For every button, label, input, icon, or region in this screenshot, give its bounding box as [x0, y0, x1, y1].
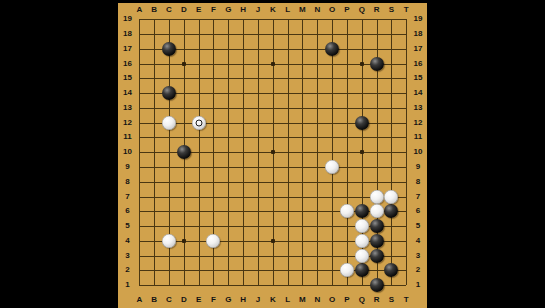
- column-label-bottom: T: [404, 296, 409, 304]
- black-stone[interactable]: [177, 145, 191, 159]
- grid-line-vertical: [391, 19, 392, 285]
- row-label-left: 2: [125, 266, 129, 274]
- star-point: [271, 150, 275, 154]
- row-label-left: 16: [123, 60, 132, 68]
- row-label-right: 9: [416, 163, 420, 171]
- row-label-left: 5: [125, 222, 129, 230]
- white-stone[interactable]: [384, 190, 398, 204]
- column-label-top: P: [344, 6, 349, 14]
- white-stone[interactable]: [340, 204, 354, 218]
- column-label-bottom: K: [270, 296, 276, 304]
- row-label-right: 14: [414, 89, 423, 97]
- black-stone[interactable]: [384, 263, 398, 277]
- row-label-right: 5: [416, 222, 420, 230]
- column-label-bottom: R: [374, 296, 380, 304]
- row-label-left: 3: [125, 252, 129, 260]
- black-stone[interactable]: [370, 57, 384, 71]
- black-stone[interactable]: [370, 249, 384, 263]
- column-label-top: S: [389, 6, 394, 14]
- column-label-top: K: [270, 6, 276, 14]
- row-label-right: 6: [416, 207, 420, 215]
- star-point: [360, 62, 364, 66]
- star-point: [182, 62, 186, 66]
- star-point: [360, 150, 364, 154]
- last-move-marker-icon: [195, 119, 202, 126]
- column-label-bottom: H: [240, 296, 246, 304]
- black-stone[interactable]: [355, 204, 369, 218]
- column-label-top: T: [404, 6, 409, 14]
- column-label-top: B: [151, 6, 157, 14]
- grid-line-horizontal: [139, 167, 406, 168]
- column-label-top: J: [256, 6, 260, 14]
- screenshot-stage: AABBCCDDEEFFGGHHJJKKLLMMNNOOPPQQRRSSTT19…: [0, 0, 545, 308]
- white-stone[interactable]: [162, 116, 176, 130]
- column-label-bottom: A: [136, 296, 142, 304]
- column-label-top: O: [329, 6, 335, 14]
- column-label-top: A: [136, 6, 142, 14]
- row-label-right: 19: [414, 15, 423, 23]
- white-stone[interactable]: [206, 234, 220, 248]
- star-point: [182, 239, 186, 243]
- row-label-left: 1: [125, 281, 129, 289]
- white-stone[interactable]: [162, 234, 176, 248]
- row-label-left: 15: [123, 74, 132, 82]
- black-stone[interactable]: [384, 204, 398, 218]
- row-label-right: 10: [414, 148, 423, 156]
- grid-line-vertical: [347, 19, 348, 285]
- star-point: [271, 62, 275, 66]
- row-label-right: 17: [414, 45, 423, 53]
- row-label-right: 3: [416, 252, 420, 260]
- grid-line-horizontal: [139, 197, 406, 198]
- white-stone[interactable]: [355, 219, 369, 233]
- black-stone[interactable]: [370, 278, 384, 292]
- column-label-top: H: [240, 6, 246, 14]
- column-label-bottom: G: [225, 296, 231, 304]
- row-label-right: 16: [414, 60, 423, 68]
- row-label-right: 13: [414, 104, 423, 112]
- column-label-bottom: Q: [359, 296, 365, 304]
- black-stone[interactable]: [355, 263, 369, 277]
- white-stone[interactable]: [325, 160, 339, 174]
- row-label-left: 6: [125, 207, 129, 215]
- column-label-bottom: O: [329, 296, 335, 304]
- column-label-bottom: L: [285, 296, 290, 304]
- row-label-left: 7: [125, 193, 129, 201]
- row-label-left: 14: [123, 89, 132, 97]
- black-stone[interactable]: [325, 42, 339, 56]
- black-stone[interactable]: [370, 234, 384, 248]
- star-point: [271, 239, 275, 243]
- column-label-top: R: [374, 6, 380, 14]
- column-label-top: F: [211, 6, 216, 14]
- row-label-left: 12: [123, 119, 132, 127]
- white-stone[interactable]: [192, 116, 206, 130]
- row-label-right: 18: [414, 30, 423, 38]
- column-label-top: L: [285, 6, 290, 14]
- grid-line-horizontal: [139, 182, 406, 183]
- grid-line-horizontal: [139, 285, 406, 286]
- row-label-left: 18: [123, 30, 132, 38]
- white-stone[interactable]: [355, 249, 369, 263]
- row-label-left: 11: [123, 133, 131, 141]
- row-label-right: 2: [416, 266, 420, 274]
- black-stone[interactable]: [162, 42, 176, 56]
- black-stone[interactable]: [355, 116, 369, 130]
- column-label-bottom: C: [166, 296, 172, 304]
- grid-line-vertical: [332, 19, 333, 285]
- column-label-top: C: [166, 6, 172, 14]
- row-label-left: 8: [125, 178, 129, 186]
- white-stone[interactable]: [370, 204, 384, 218]
- row-label-left: 4: [125, 237, 129, 245]
- go-board[interactable]: AABBCCDDEEFFGGHHJJKKLLMMNNOOPPQQRRSSTT19…: [118, 3, 427, 308]
- row-label-left: 17: [123, 45, 132, 53]
- column-label-bottom: B: [151, 296, 157, 304]
- row-label-right: 11: [414, 133, 422, 141]
- white-stone[interactable]: [340, 263, 354, 277]
- grid-line-vertical: [317, 19, 318, 285]
- black-stone[interactable]: [162, 86, 176, 100]
- column-label-top: E: [196, 6, 201, 14]
- grid-line-vertical: [302, 19, 303, 285]
- row-label-left: 19: [123, 15, 132, 23]
- column-label-top: G: [225, 6, 231, 14]
- row-label-right: 4: [416, 237, 420, 245]
- white-stone[interactable]: [370, 190, 384, 204]
- row-label-right: 12: [414, 119, 423, 127]
- grid-line-vertical: [288, 19, 289, 285]
- row-label-left: 10: [123, 148, 132, 156]
- column-label-top: N: [314, 6, 320, 14]
- column-label-bottom: J: [256, 296, 260, 304]
- white-stone[interactable]: [355, 234, 369, 248]
- row-label-left: 13: [123, 104, 132, 112]
- column-label-bottom: P: [344, 296, 349, 304]
- column-label-top: D: [181, 6, 187, 14]
- column-label-top: Q: [359, 6, 365, 14]
- column-label-bottom: E: [196, 296, 201, 304]
- row-label-left: 9: [125, 163, 129, 171]
- row-label-right: 8: [416, 178, 420, 186]
- grid-line-vertical: [406, 19, 407, 285]
- row-label-right: 1: [416, 281, 420, 289]
- row-label-right: 7: [416, 193, 420, 201]
- column-label-bottom: N: [314, 296, 320, 304]
- column-label-bottom: M: [299, 296, 306, 304]
- row-label-right: 15: [414, 74, 423, 82]
- column-label-top: M: [299, 6, 306, 14]
- column-label-bottom: F: [211, 296, 216, 304]
- column-label-bottom: S: [389, 296, 394, 304]
- black-stone[interactable]: [370, 219, 384, 233]
- column-label-bottom: D: [181, 296, 187, 304]
